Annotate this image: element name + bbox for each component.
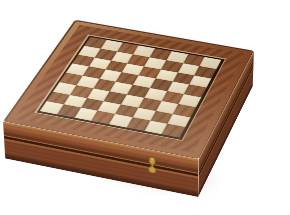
brass-clasp-icon (147, 155, 158, 180)
product-photo (0, 0, 290, 215)
photo-scene (0, 0, 290, 215)
